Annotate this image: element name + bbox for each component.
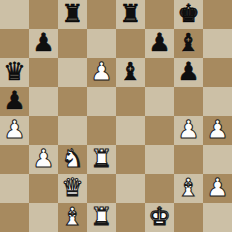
square-d5[interactable]	[87, 87, 116, 116]
piece-black-rook: ♜	[119, 0, 141, 28]
square-e5[interactable]	[116, 87, 145, 116]
square-c1[interactable]: ♝	[58, 203, 87, 232]
square-f4[interactable]	[145, 116, 174, 145]
piece-black-bishop: ♝	[177, 29, 199, 57]
piece-black-queen: ♛	[3, 58, 25, 86]
square-a7[interactable]	[0, 29, 29, 58]
square-g5[interactable]	[174, 87, 203, 116]
square-d7[interactable]	[87, 29, 116, 58]
square-f8[interactable]	[145, 0, 174, 29]
piece-white-queen: ♛	[61, 174, 83, 202]
piece-white-bishop: ♝	[177, 174, 199, 202]
square-f2[interactable]	[145, 174, 174, 203]
square-c4[interactable]	[58, 116, 87, 145]
piece-white-knight: ♞	[61, 145, 83, 173]
square-d1[interactable]: ♜	[87, 203, 116, 232]
square-b6[interactable]	[29, 58, 58, 87]
square-a5[interactable]: ♟	[0, 87, 29, 116]
square-d3[interactable]: ♜	[87, 145, 116, 174]
square-h2[interactable]: ♟	[203, 174, 232, 203]
square-b5[interactable]	[29, 87, 58, 116]
square-d6[interactable]: ♟	[87, 58, 116, 87]
square-g6[interactable]: ♟	[174, 58, 203, 87]
square-b3[interactable]: ♟	[29, 145, 58, 174]
square-d4[interactable]	[87, 116, 116, 145]
square-h1[interactable]	[203, 203, 232, 232]
piece-white-pawn: ♟	[206, 174, 228, 202]
square-b1[interactable]	[29, 203, 58, 232]
square-e4[interactable]	[116, 116, 145, 145]
square-f1[interactable]: ♚	[145, 203, 174, 232]
square-g2[interactable]: ♝	[174, 174, 203, 203]
square-d8[interactable]	[87, 0, 116, 29]
square-g7[interactable]: ♝	[174, 29, 203, 58]
square-a2[interactable]	[0, 174, 29, 203]
square-h7[interactable]	[203, 29, 232, 58]
square-e3[interactable]	[116, 145, 145, 174]
piece-white-pawn: ♟	[90, 58, 112, 86]
square-e6[interactable]: ♝	[116, 58, 145, 87]
square-e7[interactable]	[116, 29, 145, 58]
square-a8[interactable]	[0, 0, 29, 29]
square-a6[interactable]: ♛	[0, 58, 29, 87]
square-f7[interactable]: ♟	[145, 29, 174, 58]
square-f5[interactable]	[145, 87, 174, 116]
square-g4[interactable]: ♟	[174, 116, 203, 145]
piece-white-bishop: ♝	[61, 203, 83, 231]
square-e1[interactable]	[116, 203, 145, 232]
square-c7[interactable]	[58, 29, 87, 58]
piece-black-pawn: ♟	[148, 29, 170, 57]
piece-white-king: ♚	[148, 203, 170, 231]
square-c6[interactable]	[58, 58, 87, 87]
piece-black-pawn: ♟	[32, 29, 54, 57]
piece-black-king: ♚	[177, 0, 199, 28]
square-c5[interactable]	[58, 87, 87, 116]
square-g3[interactable]	[174, 145, 203, 174]
square-e2[interactable]	[116, 174, 145, 203]
square-e8[interactable]: ♜	[116, 0, 145, 29]
square-b8[interactable]	[29, 0, 58, 29]
square-h3[interactable]	[203, 145, 232, 174]
square-c3[interactable]: ♞	[58, 145, 87, 174]
square-f6[interactable]	[145, 58, 174, 87]
square-a3[interactable]	[0, 145, 29, 174]
piece-white-rook: ♜	[90, 203, 112, 231]
piece-white-pawn: ♟	[3, 116, 25, 144]
piece-white-pawn: ♟	[177, 116, 199, 144]
piece-black-pawn: ♟	[177, 58, 199, 86]
square-h8[interactable]	[203, 0, 232, 29]
piece-white-pawn: ♟	[32, 145, 54, 173]
square-h6[interactable]	[203, 58, 232, 87]
square-g1[interactable]	[174, 203, 203, 232]
square-f3[interactable]	[145, 145, 174, 174]
square-c8[interactable]: ♜	[58, 0, 87, 29]
piece-black-pawn: ♟	[3, 87, 25, 115]
square-b4[interactable]	[29, 116, 58, 145]
square-g8[interactable]: ♚	[174, 0, 203, 29]
square-c2[interactable]: ♛	[58, 174, 87, 203]
piece-white-pawn: ♟	[206, 116, 228, 144]
square-b7[interactable]: ♟	[29, 29, 58, 58]
piece-white-rook: ♜	[90, 145, 112, 173]
square-d2[interactable]	[87, 174, 116, 203]
chess-board: ♜♜♚♟♟♝♛♟♝♟♟♟♟♟♟♞♜♛♝♟♝♜♚	[0, 0, 232, 232]
square-b2[interactable]	[29, 174, 58, 203]
piece-black-bishop: ♝	[119, 58, 141, 86]
square-h5[interactable]	[203, 87, 232, 116]
square-a4[interactable]: ♟	[0, 116, 29, 145]
square-h4[interactable]: ♟	[203, 116, 232, 145]
square-a1[interactable]	[0, 203, 29, 232]
piece-black-rook: ♜	[61, 0, 83, 28]
